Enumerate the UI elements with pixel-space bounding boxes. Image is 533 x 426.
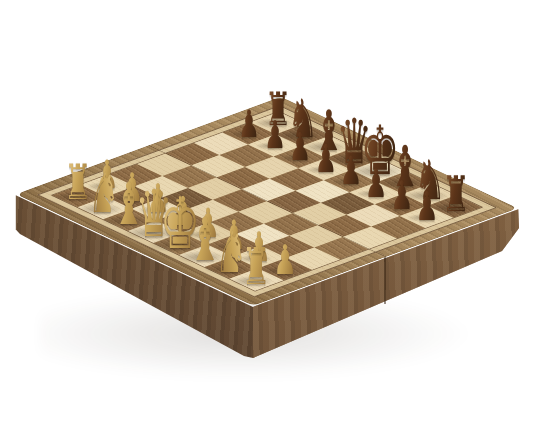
- chess-set-photo: ♜♟♞♟♝♟♛♟♚♟♝♟♟♞♜♟♟♜♞♟♟♝♟♛♟♚♟♝♟♞♟♜: [0, 0, 533, 426]
- fold-seam-side: [384, 257, 386, 304]
